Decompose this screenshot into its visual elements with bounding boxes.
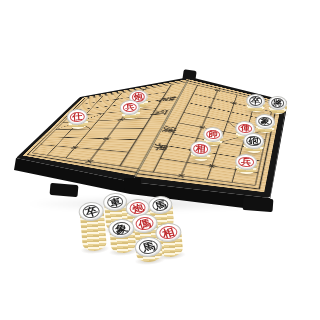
piece-black-cannon[interactable]: 砲 bbox=[242, 132, 264, 153]
piece-red-soldier[interactable]: 兵 bbox=[234, 153, 257, 174]
piece-red-elephant[interactable]: 相 bbox=[189, 140, 211, 161]
fold-clasp bbox=[124, 178, 141, 191]
piece-character: 砲 bbox=[248, 136, 259, 145]
piece-character: 俥 bbox=[240, 124, 250, 132]
piece-face: 象 bbox=[255, 113, 276, 129]
piece-black-general[interactable]: 將 bbox=[267, 95, 287, 114]
piece-black-elephant[interactable]: 象 bbox=[254, 113, 275, 133]
piece-character: 炮 bbox=[131, 202, 145, 214]
piece-character: 仕 bbox=[71, 112, 82, 121]
piece-character: 兵 bbox=[241, 157, 252, 166]
piece-character: 兵 bbox=[125, 103, 135, 111]
piece-character: 馬 bbox=[154, 199, 168, 211]
piece-black-soldier[interactable]: 卒 bbox=[245, 93, 265, 112]
board-foot-left bbox=[50, 183, 79, 197]
piece-character: 象 bbox=[260, 117, 270, 125]
piece-black-soldier[interactable]: 卒 bbox=[77, 201, 106, 252]
piece-red-soldier[interactable]: 兵 bbox=[119, 99, 141, 120]
product-photo-xiangqi-set: 楚 河 漢 界 楚 河 漢 界 炮卒將兵仕象俥帥砲相兵車馬炮卒傌象相馬 bbox=[0, 0, 320, 320]
piece-character: 將 bbox=[272, 99, 282, 107]
piece-character: 相 bbox=[195, 144, 206, 153]
piece-character: 卒 bbox=[250, 97, 260, 105]
piece-character: 帥 bbox=[208, 130, 218, 138]
board-foot-right bbox=[243, 197, 274, 212]
piece-character: 車 bbox=[108, 196, 122, 208]
piece-red-advisor[interactable]: 仕 bbox=[66, 108, 89, 130]
piece-black-elephant[interactable]: 象 bbox=[108, 217, 137, 253]
piece-face: 帥 bbox=[203, 126, 224, 142]
piece-black-horse[interactable]: 馬 bbox=[133, 236, 162, 263]
